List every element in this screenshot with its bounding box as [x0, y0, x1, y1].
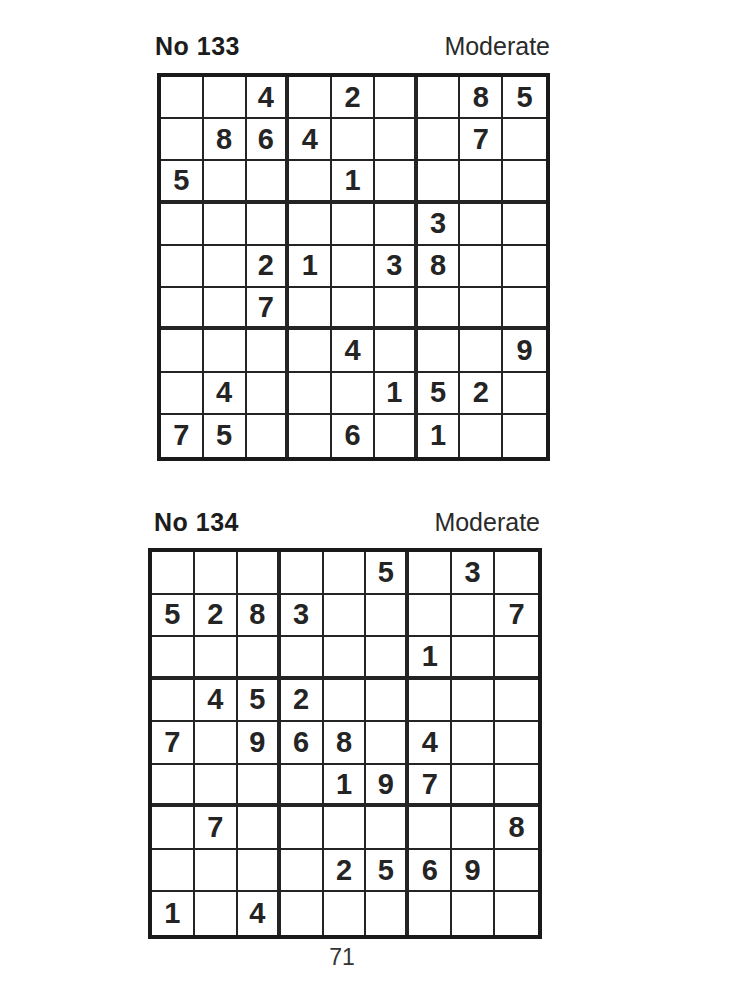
sudoku-cell: 3: [281, 595, 324, 638]
sudoku-cell: 8: [204, 119, 247, 161]
sudoku-cell: 7: [161, 415, 204, 457]
puzzle-134-header: No 134 Moderate: [154, 508, 540, 536]
sudoku-cell: 6: [332, 415, 375, 457]
sudoku-cell[interactable]: [452, 892, 495, 935]
sudoku-cell: [495, 892, 538, 935]
sudoku-cell[interactable]: [366, 595, 409, 638]
sudoku-cell: 9: [366, 765, 409, 808]
sudoku-cell[interactable]: [366, 637, 409, 680]
sudoku-cell[interactable]: [332, 246, 375, 288]
sudoku-cell[interactable]: [238, 807, 281, 850]
sudoku-cell: 2: [460, 373, 503, 415]
sudoku-cell[interactable]: [375, 204, 418, 246]
sudoku-cell: 5: [418, 373, 461, 415]
sudoku-cell[interactable]: [332, 204, 375, 246]
sudoku-cell[interactable]: [195, 552, 238, 595]
sudoku-cell[interactable]: [161, 77, 204, 119]
sudoku-cell[interactable]: [324, 637, 367, 680]
sudoku-cell[interactable]: [375, 415, 418, 457]
sudoku-cell: 1: [418, 415, 461, 457]
sudoku-cell: 7: [152, 722, 195, 765]
sudoku-cell[interactable]: [204, 246, 247, 288]
sudoku-cell: 7: [409, 765, 452, 808]
sudoku-cell[interactable]: [204, 161, 247, 203]
sudoku-cell[interactable]: [152, 807, 195, 850]
sudoku-cell[interactable]: [289, 161, 332, 203]
sudoku-cell: 5: [204, 415, 247, 457]
sudoku-cell: 2: [324, 850, 367, 893]
sudoku-cell[interactable]: [460, 330, 503, 372]
sudoku-cell[interactable]: [503, 161, 546, 203]
sudoku-cell[interactable]: [332, 288, 375, 330]
sudoku-cell[interactable]: [204, 204, 247, 246]
sudoku-cell[interactable]: [452, 637, 495, 680]
sudoku-cell: 1: [324, 765, 367, 808]
sudoku-cell[interactable]: [289, 204, 332, 246]
sudoku-cell[interactable]: [152, 680, 195, 723]
sudoku-cell: 1: [152, 892, 195, 935]
sudoku-cell[interactable]: [375, 77, 418, 119]
sudoku-cell[interactable]: [375, 161, 418, 203]
sudoku-cell[interactable]: [281, 552, 324, 595]
sudoku-cell[interactable]: [503, 204, 546, 246]
sudoku-cell[interactable]: [152, 637, 195, 680]
sudoku-cell: 1: [375, 373, 418, 415]
sudoku-cell[interactable]: [161, 330, 204, 372]
sudoku-cell[interactable]: [204, 288, 247, 330]
sudoku-cell[interactable]: [452, 807, 495, 850]
sudoku-cell: 4: [204, 373, 247, 415]
puzzle-title: No 134: [154, 508, 239, 537]
sudoku-cell: 9: [238, 722, 281, 765]
sudoku-cell[interactable]: [460, 415, 503, 457]
sudoku-cell: 6: [247, 119, 290, 161]
sudoku-cell[interactable]: [375, 330, 418, 372]
sudoku-cell[interactable]: [495, 722, 538, 765]
book-page: No 133 Moderate 428586475132138749415275…: [0, 0, 753, 1000]
sudoku-cell[interactable]: [161, 204, 204, 246]
sudoku-cell[interactable]: [418, 119, 461, 161]
sudoku-cell: 9: [452, 850, 495, 893]
sudoku-cell[interactable]: [247, 161, 290, 203]
sudoku-cell: 6: [281, 722, 324, 765]
sudoku-cell[interactable]: [452, 595, 495, 638]
sudoku-cell[interactable]: [418, 77, 461, 119]
sudoku-cell: 7: [247, 288, 290, 330]
sudoku-cell[interactable]: [375, 119, 418, 161]
sudoku-cell[interactable]: [366, 892, 409, 935]
sudoku-cell[interactable]: [247, 373, 290, 415]
sudoku-cell: 8: [460, 77, 503, 119]
sudoku-cell[interactable]: [366, 722, 409, 765]
sudoku-cell: 5: [238, 680, 281, 723]
sudoku-cell: 4: [238, 892, 281, 935]
sudoku-cell[interactable]: [152, 552, 195, 595]
difficulty-label: Moderate: [434, 508, 540, 537]
sudoku-cell[interactable]: [409, 552, 452, 595]
difficulty-label: Moderate: [444, 32, 550, 61]
sudoku-cell[interactable]: [204, 330, 247, 372]
sudoku-cell[interactable]: [366, 680, 409, 723]
sudoku-cell[interactable]: [452, 680, 495, 723]
puzzle-title: No 133: [155, 32, 240, 61]
sudoku-cell: 5: [503, 77, 546, 119]
sudoku-cell: 2: [281, 680, 324, 723]
sudoku-cell[interactable]: [289, 288, 332, 330]
sudoku-cell[interactable]: [332, 373, 375, 415]
sudoku-cell[interactable]: [289, 330, 332, 372]
sudoku-cell: 5: [152, 595, 195, 638]
sudoku-cell[interactable]: [324, 680, 367, 723]
sudoku-cell[interactable]: [238, 850, 281, 893]
sudoku-cell[interactable]: [503, 119, 546, 161]
sudoku-cell[interactable]: [195, 765, 238, 808]
sudoku-cell[interactable]: [195, 722, 238, 765]
puzzle-133-header: No 133 Moderate: [155, 32, 550, 60]
sudoku-cell[interactable]: [324, 595, 367, 638]
sudoku-cell[interactable]: [409, 680, 452, 723]
sudoku-cell: 7: [495, 595, 538, 638]
sudoku-cell: 5: [366, 552, 409, 595]
sudoku-cell: 9: [503, 330, 546, 372]
sudoku-cell[interactable]: [324, 807, 367, 850]
sudoku-cell: 1: [409, 637, 452, 680]
sudoku-cell[interactable]: [289, 77, 332, 119]
sudoku-cell[interactable]: [366, 807, 409, 850]
sudoku-cell[interactable]: [460, 204, 503, 246]
sudoku-cell[interactable]: [418, 288, 461, 330]
sudoku-cell[interactable]: [161, 246, 204, 288]
sudoku-cell: 8: [324, 722, 367, 765]
sudoku-cell[interactable]: [495, 850, 538, 893]
sudoku-cell: 8: [418, 246, 461, 288]
sudoku-cell: 4: [332, 330, 375, 372]
sudoku-cell[interactable]: [495, 552, 538, 595]
sudoku-cell: 2: [247, 246, 290, 288]
sudoku-cell[interactable]: [460, 161, 503, 203]
sudoku-cell[interactable]: [281, 892, 324, 935]
sudoku-cell[interactable]: [452, 765, 495, 808]
sudoku-cell[interactable]: [238, 765, 281, 808]
sudoku-cell: 6: [409, 850, 452, 893]
sudoku-cell[interactable]: [161, 119, 204, 161]
sudoku-cell: 8: [238, 595, 281, 638]
sudoku-cell[interactable]: [152, 765, 195, 808]
sudoku-cell[interactable]: [409, 892, 452, 935]
sudoku-cell: 4: [195, 680, 238, 723]
sudoku-cell: 2: [332, 77, 375, 119]
sudoku-cell: 3: [418, 204, 461, 246]
sudoku-cell[interactable]: [495, 637, 538, 680]
sudoku-cell[interactable]: [503, 288, 546, 330]
sudoku-cell: 5: [366, 850, 409, 893]
sudoku-board-133: 42858647513213874941527561: [157, 73, 550, 461]
sudoku-cell: 4: [409, 722, 452, 765]
sudoku-cell: 3: [452, 552, 495, 595]
sudoku-cell: 4: [247, 77, 290, 119]
sudoku-cell: 4: [289, 119, 332, 161]
sudoku-cell[interactable]: [418, 330, 461, 372]
sudoku-cell[interactable]: [247, 330, 290, 372]
sudoku-cell: 7: [195, 807, 238, 850]
sudoku-cell[interactable]: [247, 204, 290, 246]
sudoku-cell[interactable]: [332, 119, 375, 161]
sudoku-cell[interactable]: [460, 288, 503, 330]
sudoku-cell[interactable]: [503, 415, 546, 457]
sudoku-cell[interactable]: [238, 552, 281, 595]
sudoku-cell: 1: [289, 246, 332, 288]
sudoku-cell[interactable]: [195, 850, 238, 893]
sudoku-cell[interactable]: [247, 415, 290, 457]
sudoku-cell[interactable]: [452, 722, 495, 765]
page-number: 71: [0, 944, 684, 971]
sudoku-cell[interactable]: [418, 161, 461, 203]
sudoku-cell[interactable]: [152, 850, 195, 893]
sudoku-cell[interactable]: [409, 595, 452, 638]
sudoku-cell[interactable]: [324, 892, 367, 935]
sudoku-cell[interactable]: [375, 288, 418, 330]
sudoku-cell[interactable]: [195, 892, 238, 935]
sudoku-cell: 2: [195, 595, 238, 638]
sudoku-cell[interactable]: [281, 765, 324, 808]
sudoku-cell: 7: [460, 119, 503, 161]
sudoku-cell: 1: [332, 161, 375, 203]
sudoku-cell[interactable]: [281, 807, 324, 850]
sudoku-cell[interactable]: [460, 246, 503, 288]
sudoku-cell[interactable]: [495, 680, 538, 723]
sudoku-board-134: 535283714527968419778256914: [148, 548, 542, 939]
sudoku-cell[interactable]: [503, 373, 546, 415]
sudoku-cell[interactable]: [503, 246, 546, 288]
sudoku-cell[interactable]: [281, 637, 324, 680]
sudoku-cell: 5: [161, 161, 204, 203]
sudoku-cell[interactable]: [204, 77, 247, 119]
sudoku-cell[interactable]: [289, 373, 332, 415]
sudoku-cell[interactable]: [161, 288, 204, 330]
sudoku-cell: 8: [495, 807, 538, 850]
sudoku-cell[interactable]: [289, 415, 332, 457]
sudoku-cell[interactable]: [161, 373, 204, 415]
sudoku-cell[interactable]: [238, 637, 281, 680]
sudoku-cell[interactable]: [281, 850, 324, 893]
sudoku-cell[interactable]: [195, 637, 238, 680]
sudoku-cell[interactable]: [324, 552, 367, 595]
sudoku-cell: 3: [375, 246, 418, 288]
sudoku-cell[interactable]: [409, 807, 452, 850]
sudoku-cell[interactable]: [495, 765, 538, 808]
